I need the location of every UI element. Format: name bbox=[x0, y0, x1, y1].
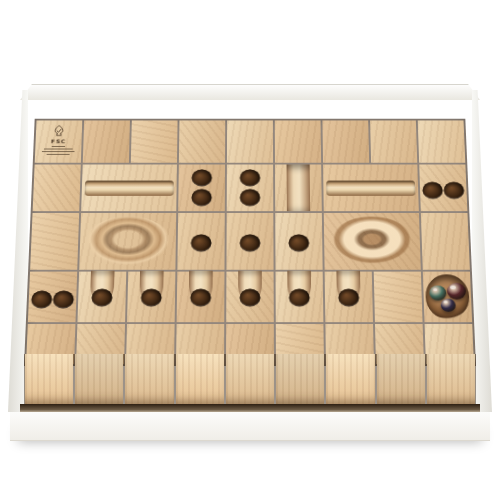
block-channel-hole bbox=[127, 272, 175, 323]
fsc-tree-icon bbox=[51, 124, 67, 138]
block-plain bbox=[33, 165, 81, 212]
ring-track-raised bbox=[329, 217, 416, 266]
marble-bowl-pocket bbox=[425, 274, 470, 320]
tray-shadow-gap bbox=[20, 404, 480, 412]
block-plain bbox=[83, 120, 130, 162]
marble-hole bbox=[52, 290, 73, 308]
fsc-stamp: FSC bbox=[37, 122, 81, 161]
block-channel-hole bbox=[77, 272, 126, 323]
block-channel-hole bbox=[226, 272, 274, 323]
block-plain bbox=[418, 120, 466, 162]
product-photo: FSC bbox=[0, 0, 500, 500]
block-two-holes-wide bbox=[419, 165, 467, 212]
block-plain bbox=[227, 120, 273, 162]
block-channel-hole bbox=[276, 272, 324, 323]
block-one-hole bbox=[275, 213, 322, 270]
block-grid: FSC bbox=[24, 119, 476, 366]
block-one-hole bbox=[226, 213, 273, 270]
block-plain bbox=[421, 213, 470, 270]
block-two-holes-wide bbox=[28, 272, 77, 323]
box-front-wall bbox=[10, 412, 490, 441]
front-block-faces bbox=[24, 354, 476, 404]
marble bbox=[440, 299, 455, 312]
block-plain bbox=[275, 120, 321, 162]
block-front-face bbox=[75, 354, 123, 404]
block-front-face bbox=[226, 354, 274, 404]
block-tray: FSC bbox=[24, 119, 476, 366]
straight-rail-groove bbox=[326, 180, 415, 196]
block-straight-rail bbox=[323, 165, 419, 212]
box-back-rim bbox=[20, 84, 480, 100]
marble-hole bbox=[191, 189, 211, 206]
curve-channel-groove bbox=[287, 165, 310, 212]
marble-hole bbox=[240, 235, 261, 252]
marble-hole bbox=[31, 290, 52, 308]
block-plain bbox=[30, 213, 79, 270]
fsc-fine-print-line bbox=[44, 149, 73, 150]
block-plain bbox=[374, 272, 423, 323]
block-front-face bbox=[25, 354, 73, 404]
block-front-face bbox=[125, 354, 173, 404]
block-channel-hole bbox=[177, 272, 225, 323]
block-two-holes bbox=[227, 165, 274, 212]
block-straight-rail bbox=[81, 165, 177, 212]
marble-hole bbox=[289, 235, 310, 252]
fsc-fine-print-line bbox=[42, 151, 75, 152]
block-plain bbox=[131, 120, 178, 162]
marble-hole bbox=[443, 182, 464, 199]
block-ring-raised bbox=[324, 213, 421, 270]
block-marble-bowl bbox=[423, 272, 472, 323]
block-curve-channel bbox=[275, 165, 322, 212]
block-one-hole bbox=[177, 213, 224, 270]
block-front-face bbox=[377, 354, 425, 404]
block-channel-hole bbox=[325, 272, 373, 323]
marble-hole bbox=[141, 289, 162, 307]
fsc-fine-print-line bbox=[52, 146, 65, 147]
marble-hole bbox=[338, 289, 359, 307]
marble-hole bbox=[91, 289, 112, 307]
block-plain bbox=[322, 120, 369, 162]
straight-rail-groove bbox=[84, 180, 173, 196]
block-front-face bbox=[176, 354, 224, 404]
white-box: FSC bbox=[24, 88, 476, 420]
marble-hole bbox=[240, 189, 260, 206]
block-plain bbox=[179, 120, 225, 162]
marble-hole bbox=[289, 289, 310, 307]
block-front-face bbox=[427, 354, 475, 404]
fsc-fine-print-line bbox=[47, 154, 70, 155]
marble-hole bbox=[240, 169, 260, 186]
marble-hole bbox=[191, 235, 212, 252]
marble-hole bbox=[190, 289, 211, 307]
marble bbox=[446, 283, 465, 300]
block-ring-depression bbox=[79, 213, 176, 270]
block-two-holes bbox=[178, 165, 225, 212]
marble-hole bbox=[192, 169, 212, 186]
block-front-face bbox=[326, 354, 374, 404]
ring-track-concave bbox=[84, 217, 171, 266]
block-front-face bbox=[276, 354, 324, 404]
marble-hole bbox=[240, 289, 261, 307]
fsc-label: FSC bbox=[51, 138, 66, 144]
marble-hole bbox=[423, 182, 444, 199]
block-plain bbox=[370, 120, 417, 162]
block-fsc-stamped: FSC bbox=[35, 120, 83, 162]
